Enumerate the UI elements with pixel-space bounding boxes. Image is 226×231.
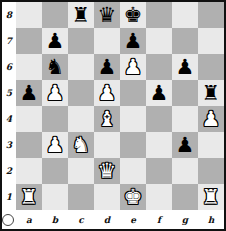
square-h1[interactable]: ♜ xyxy=(198,184,224,210)
square-b2[interactable] xyxy=(42,158,68,184)
square-b7[interactable]: ♟ xyxy=(42,28,68,54)
square-c5[interactable] xyxy=(68,80,94,106)
file-label-e: e xyxy=(120,210,146,229)
piece-black-pawn[interactable]: ♟ xyxy=(176,54,195,80)
piece-black-queen[interactable]: ♛ xyxy=(98,2,117,28)
chess-board: 8♜♛♚7♟♟6♞♟♟♟5♟♟♟♟♜4♝♟3♟♞♟2♛1♜♚♜abcdefgh xyxy=(2,2,224,229)
square-h4[interactable]: ♟ xyxy=(198,106,224,132)
square-d5[interactable]: ♟ xyxy=(94,80,120,106)
square-a7[interactable] xyxy=(16,28,42,54)
square-g3[interactable]: ♟ xyxy=(172,132,198,158)
square-f2[interactable] xyxy=(146,158,172,184)
square-e6[interactable]: ♟ xyxy=(120,54,146,80)
piece-black-pawn[interactable]: ♟ xyxy=(20,80,39,106)
square-g2[interactable] xyxy=(172,158,198,184)
piece-black-pawn[interactable]: ♟ xyxy=(98,54,117,80)
square-a3[interactable] xyxy=(16,132,42,158)
file-label-d: d xyxy=(94,210,120,229)
square-a4[interactable] xyxy=(16,106,42,132)
square-b1[interactable] xyxy=(42,184,68,210)
piece-black-rook[interactable]: ♜ xyxy=(202,80,221,106)
square-f5[interactable]: ♟ xyxy=(146,80,172,106)
file-label-g: g xyxy=(172,210,198,229)
file-label-h: h xyxy=(198,210,224,229)
piece-white-pawn[interactable]: ♟ xyxy=(202,106,221,132)
square-h6[interactable] xyxy=(198,54,224,80)
file-label-f: f xyxy=(146,210,172,229)
piece-black-pawn[interactable]: ♟ xyxy=(176,132,195,158)
piece-white-knight[interactable]: ♞ xyxy=(72,132,91,158)
square-c7[interactable] xyxy=(68,28,94,54)
square-e1[interactable]: ♚ xyxy=(120,184,146,210)
square-h3[interactable] xyxy=(198,132,224,158)
square-c2[interactable] xyxy=(68,158,94,184)
square-h2[interactable] xyxy=(198,158,224,184)
square-a5[interactable]: ♟ xyxy=(16,80,42,106)
square-f4[interactable] xyxy=(146,106,172,132)
square-e2[interactable] xyxy=(120,158,146,184)
square-d3[interactable] xyxy=(94,132,120,158)
rank-label-4: 4 xyxy=(2,106,16,132)
rank-label-2: 2 xyxy=(2,158,16,184)
piece-white-king[interactable]: ♚ xyxy=(124,184,143,210)
square-d1[interactable] xyxy=(94,184,120,210)
piece-white-pawn[interactable]: ♟ xyxy=(124,54,143,80)
square-d2[interactable]: ♛ xyxy=(94,158,120,184)
square-e7[interactable]: ♟ xyxy=(120,28,146,54)
square-b4[interactable] xyxy=(42,106,68,132)
file-label-b: b xyxy=(42,210,68,229)
square-g4[interactable] xyxy=(172,106,198,132)
rank-label-8: 8 xyxy=(2,2,16,28)
rank-label-5: 5 xyxy=(2,80,16,106)
piece-white-pawn[interactable]: ♟ xyxy=(46,80,65,106)
square-g1[interactable] xyxy=(172,184,198,210)
piece-black-pawn[interactable]: ♟ xyxy=(46,28,65,54)
square-c8[interactable]: ♜ xyxy=(68,2,94,28)
square-h7[interactable] xyxy=(198,28,224,54)
square-d8[interactable]: ♛ xyxy=(94,2,120,28)
rank-label-1: 1 xyxy=(2,184,16,210)
square-d7[interactable] xyxy=(94,28,120,54)
chess-diagram: 8♜♛♚7♟♟6♞♟♟♟5♟♟♟♟♜4♝♟3♟♞♟2♛1♜♚♜abcdefgh xyxy=(0,0,226,231)
piece-white-bishop[interactable]: ♝ xyxy=(98,106,117,132)
piece-white-pawn[interactable]: ♟ xyxy=(46,132,65,158)
square-d4[interactable]: ♝ xyxy=(94,106,120,132)
square-g8[interactable] xyxy=(172,2,198,28)
square-b6[interactable]: ♞ xyxy=(42,54,68,80)
square-e3[interactable] xyxy=(120,132,146,158)
rank-label-3: 3 xyxy=(2,132,16,158)
piece-white-rook[interactable]: ♜ xyxy=(202,184,221,210)
square-b5[interactable]: ♟ xyxy=(42,80,68,106)
piece-black-knight[interactable]: ♞ xyxy=(46,54,65,80)
square-b3[interactable]: ♟ xyxy=(42,132,68,158)
square-h5[interactable]: ♜ xyxy=(198,80,224,106)
square-d6[interactable]: ♟ xyxy=(94,54,120,80)
square-g6[interactable]: ♟ xyxy=(172,54,198,80)
square-f7[interactable] xyxy=(146,28,172,54)
piece-black-king[interactable]: ♚ xyxy=(124,2,143,28)
square-c1[interactable] xyxy=(68,184,94,210)
piece-black-pawn[interactable]: ♟ xyxy=(124,28,143,54)
square-e4[interactable] xyxy=(120,106,146,132)
piece-black-pawn[interactable]: ♟ xyxy=(150,80,169,106)
square-f3[interactable] xyxy=(146,132,172,158)
square-c6[interactable] xyxy=(68,54,94,80)
square-h8[interactable] xyxy=(198,2,224,28)
square-f8[interactable] xyxy=(146,2,172,28)
piece-white-rook[interactable]: ♜ xyxy=(20,184,39,210)
piece-black-rook[interactable]: ♜ xyxy=(72,2,91,28)
piece-white-pawn[interactable]: ♟ xyxy=(98,80,117,106)
square-f6[interactable] xyxy=(146,54,172,80)
square-a2[interactable] xyxy=(16,158,42,184)
bottom-left-corner xyxy=(2,210,16,229)
file-label-a: a xyxy=(16,210,42,229)
square-b8[interactable] xyxy=(42,2,68,28)
rank-label-6: 6 xyxy=(2,54,16,80)
square-c4[interactable] xyxy=(68,106,94,132)
piece-white-queen[interactable]: ♛ xyxy=(98,158,117,184)
square-g7[interactable] xyxy=(172,28,198,54)
square-c3[interactable]: ♞ xyxy=(68,132,94,158)
square-a6[interactable] xyxy=(16,54,42,80)
square-g5[interactable] xyxy=(172,80,198,106)
square-a8[interactable] xyxy=(16,2,42,28)
square-e8[interactable]: ♚ xyxy=(120,2,146,28)
file-label-c: c xyxy=(68,210,94,229)
square-e5[interactable] xyxy=(120,80,146,106)
square-a1[interactable]: ♜ xyxy=(16,184,42,210)
white-to-move-indicator xyxy=(2,214,14,226)
rank-label-7: 7 xyxy=(2,28,16,54)
square-f1[interactable] xyxy=(146,184,172,210)
